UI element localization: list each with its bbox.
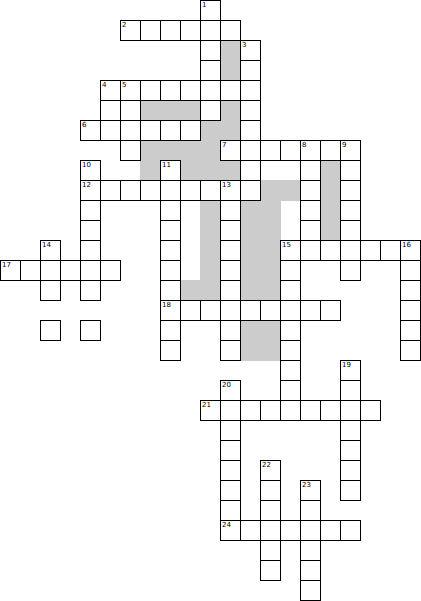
grid-cell[interactable] <box>220 80 241 101</box>
grid-cell[interactable] <box>140 180 161 201</box>
shaded-block <box>200 220 221 241</box>
clue-number: 12 <box>82 181 91 189</box>
clue-number: 3 <box>242 41 246 49</box>
grid-cell[interactable]: 21 <box>200 400 221 421</box>
grid-cell[interactable] <box>260 520 281 541</box>
grid-cell[interactable] <box>220 440 241 461</box>
grid-cell[interactable] <box>160 200 181 221</box>
grid-cell[interactable] <box>180 20 201 41</box>
clue-number: 5 <box>122 81 126 89</box>
grid-cell[interactable] <box>260 540 281 561</box>
grid-cell[interactable] <box>320 140 341 161</box>
grid-cell[interactable] <box>220 320 241 341</box>
grid-cell[interactable] <box>160 80 181 101</box>
shaded-block <box>260 240 281 261</box>
grid-cell[interactable]: 24 <box>220 520 241 541</box>
grid-cell[interactable] <box>120 100 141 121</box>
grid-cell[interactable] <box>40 320 61 341</box>
grid-cell[interactable] <box>180 180 201 201</box>
clue-number: 4 <box>102 81 106 89</box>
grid-cell[interactable]: 7 <box>220 140 241 161</box>
crossword-board: 123456789101112131415161718192021222324 <box>0 0 421 601</box>
grid-cell[interactable] <box>180 300 201 321</box>
grid-cell[interactable] <box>160 240 181 261</box>
grid-cell[interactable] <box>80 260 101 281</box>
grid-cell[interactable]: 13 <box>220 180 241 201</box>
grid-cell[interactable] <box>80 280 101 301</box>
shaded-block <box>320 160 341 181</box>
grid-cell[interactable]: 23 <box>300 480 321 501</box>
grid-cell[interactable] <box>340 480 361 501</box>
grid-cell[interactable] <box>260 480 281 501</box>
grid-cell[interactable] <box>160 260 181 281</box>
shaded-block <box>240 240 261 261</box>
grid-cell[interactable] <box>220 20 241 41</box>
grid-cell[interactable] <box>180 80 201 101</box>
grid-cell[interactable] <box>220 220 241 241</box>
grid-cell[interactable] <box>400 280 421 301</box>
shaded-block <box>260 180 281 201</box>
grid-cell[interactable]: 15 <box>280 240 301 261</box>
shaded-block <box>240 260 261 281</box>
clue-number: 9 <box>342 141 346 149</box>
grid-cell[interactable] <box>300 160 321 181</box>
shaded-block <box>200 240 221 261</box>
grid-cell[interactable] <box>340 200 361 221</box>
clue-number: 22 <box>262 461 271 469</box>
grid-cell[interactable] <box>100 120 121 141</box>
grid-cell[interactable] <box>220 240 241 261</box>
clue-number: 14 <box>42 241 51 249</box>
clue-number: 24 <box>222 521 231 529</box>
grid-cell[interactable] <box>220 300 241 321</box>
shaded-block <box>220 60 241 81</box>
grid-cell[interactable]: 10 <box>80 160 101 181</box>
clue-number: 17 <box>2 261 11 269</box>
grid-cell[interactable] <box>200 300 221 321</box>
clue-number: 6 <box>82 121 86 129</box>
clue-number: 8 <box>302 141 306 149</box>
grid-cell[interactable] <box>240 100 261 121</box>
grid-cell[interactable] <box>200 60 221 81</box>
grid-cell[interactable] <box>280 300 301 321</box>
shaded-block <box>240 340 261 361</box>
grid-cell[interactable] <box>340 460 361 481</box>
grid-cell[interactable] <box>280 340 301 361</box>
grid-cell[interactable] <box>100 180 121 201</box>
clue-number: 7 <box>222 141 226 149</box>
grid-cell[interactable] <box>340 160 361 181</box>
grid-cell[interactable] <box>320 240 341 261</box>
shaded-block <box>320 200 341 221</box>
grid-cell[interactable] <box>280 260 301 281</box>
clue-number: 23 <box>302 481 311 489</box>
grid-cell[interactable] <box>200 100 221 121</box>
grid-cell[interactable] <box>240 400 261 421</box>
grid-cell[interactable] <box>220 500 241 521</box>
shaded-block <box>140 160 161 181</box>
grid-cell[interactable] <box>260 400 281 421</box>
grid-cell[interactable] <box>340 220 361 241</box>
clue-number: 18 <box>162 301 171 309</box>
grid-cell[interactable]: 19 <box>340 360 361 381</box>
grid-cell[interactable] <box>360 240 381 261</box>
grid-cell[interactable] <box>260 500 281 521</box>
grid-cell[interactable] <box>340 520 361 541</box>
shaded-block <box>180 160 201 181</box>
grid-cell[interactable] <box>320 520 341 541</box>
grid-cell[interactable] <box>240 60 261 81</box>
shaded-block <box>240 320 261 341</box>
grid-cell[interactable] <box>20 260 41 281</box>
grid-cell[interactable] <box>340 440 361 461</box>
clue-number: 13 <box>222 181 231 189</box>
shaded-block <box>260 280 281 301</box>
grid-cell[interactable] <box>80 220 101 241</box>
clue-number: 16 <box>402 241 411 249</box>
grid-cell[interactable] <box>80 200 101 221</box>
grid-cell[interactable]: 12 <box>80 180 101 201</box>
grid-cell[interactable]: 2 <box>120 20 141 41</box>
shaded-block <box>160 100 181 121</box>
shaded-block <box>220 160 241 181</box>
grid-cell[interactable]: 6 <box>80 120 101 141</box>
clue-number: 10 <box>82 161 91 169</box>
grid-cell[interactable] <box>400 320 421 341</box>
shaded-block <box>260 200 281 221</box>
grid-cell[interactable] <box>80 320 101 341</box>
grid-cell[interactable] <box>100 100 121 121</box>
shaded-block <box>260 320 281 341</box>
grid-cell[interactable] <box>220 480 241 501</box>
shaded-block <box>220 120 241 141</box>
grid-cell[interactable] <box>80 240 101 261</box>
grid-cell[interactable] <box>300 180 321 201</box>
grid-cell[interactable] <box>300 200 321 221</box>
grid-cell[interactable] <box>240 140 261 161</box>
grid-cell[interactable]: 1 <box>200 0 221 21</box>
grid-cell[interactable] <box>300 400 321 421</box>
clue-number: 11 <box>162 161 171 169</box>
grid-cell[interactable] <box>220 200 241 221</box>
grid-cell[interactable] <box>40 280 61 301</box>
grid-cell[interactable]: 8 <box>300 140 321 161</box>
grid-cell[interactable] <box>240 160 261 181</box>
grid-cell[interactable] <box>160 340 181 361</box>
grid-cell[interactable] <box>220 260 241 281</box>
grid-cell[interactable] <box>240 300 261 321</box>
grid-cell[interactable] <box>280 140 301 161</box>
grid-cell[interactable] <box>200 180 221 201</box>
grid-cell[interactable] <box>160 120 181 141</box>
grid-cell[interactable] <box>280 280 301 301</box>
shaded-block <box>320 220 341 241</box>
grid-cell[interactable] <box>400 340 421 361</box>
grid-cell[interactable] <box>300 560 321 581</box>
clue-number: 21 <box>202 401 211 409</box>
grid-cell[interactable]: 3 <box>240 40 261 61</box>
grid-cell[interactable] <box>280 360 301 381</box>
clue-number: 1 <box>202 1 206 9</box>
shaded-block <box>260 260 281 281</box>
shaded-block <box>240 200 261 221</box>
grid-cell[interactable] <box>100 260 121 281</box>
shaded-block <box>240 280 261 301</box>
grid-cell[interactable] <box>300 520 321 541</box>
grid-cell[interactable] <box>220 460 241 481</box>
grid-cell[interactable]: 20 <box>220 380 241 401</box>
shaded-block <box>160 140 181 161</box>
shaded-block <box>240 220 261 241</box>
clue-number: 15 <box>282 241 291 249</box>
grid-cell[interactable] <box>300 580 321 601</box>
grid-cell[interactable] <box>180 120 201 141</box>
shaded-block <box>220 100 241 121</box>
grid-cell[interactable]: 5 <box>120 80 141 101</box>
grid-cell[interactable] <box>280 380 301 401</box>
shaded-block <box>180 140 201 161</box>
grid-cell[interactable] <box>240 80 261 101</box>
clue-number: 2 <box>122 21 126 29</box>
grid-cell[interactable] <box>340 240 361 261</box>
grid-cell[interactable] <box>220 400 241 421</box>
grid-cell[interactable] <box>360 400 381 421</box>
grid-cell[interactable] <box>120 140 141 161</box>
grid-cell[interactable] <box>300 500 321 521</box>
grid-cell[interactable] <box>120 180 141 201</box>
grid-cell[interactable] <box>60 260 81 281</box>
grid-cell[interactable] <box>340 380 361 401</box>
grid-cell[interactable] <box>340 420 361 441</box>
grid-cell[interactable] <box>240 520 261 541</box>
shaded-block <box>260 220 281 241</box>
grid-cell[interactable] <box>280 400 301 421</box>
shaded-block <box>320 180 341 201</box>
shaded-block <box>200 260 221 281</box>
grid-cell[interactable] <box>260 560 281 581</box>
clue-number: 20 <box>222 381 231 389</box>
grid-cell[interactable] <box>40 260 61 281</box>
grid-cell[interactable] <box>220 420 241 441</box>
grid-cell[interactable]: 11 <box>160 160 181 181</box>
grid-cell[interactable] <box>280 320 301 341</box>
grid-cell[interactable]: 17 <box>0 260 21 281</box>
grid-cell[interactable] <box>340 180 361 201</box>
grid-cell[interactable] <box>140 20 161 41</box>
shaded-block <box>200 160 221 181</box>
grid-cell[interactable] <box>220 280 241 301</box>
grid-cell[interactable] <box>160 220 181 241</box>
shaded-block <box>200 140 221 161</box>
shaded-block <box>260 340 281 361</box>
grid-cell[interactable]: 22 <box>260 460 281 481</box>
shaded-block <box>140 100 161 121</box>
grid-cell[interactable] <box>160 320 181 341</box>
grid-cell[interactable]: 9 <box>340 140 361 161</box>
grid-cell[interactable] <box>400 300 421 321</box>
grid-cell[interactable] <box>300 540 321 561</box>
grid-cell[interactable] <box>380 240 401 261</box>
grid-cell[interactable] <box>200 80 221 101</box>
grid-cell[interactable] <box>340 400 361 421</box>
grid-cell[interactable]: 14 <box>40 240 61 261</box>
grid-cell[interactable] <box>280 520 301 541</box>
grid-cell[interactable] <box>220 340 241 361</box>
grid-cell[interactable] <box>200 40 221 61</box>
grid-cell[interactable] <box>260 140 281 161</box>
shaded-block <box>200 120 221 141</box>
grid-cell[interactable] <box>140 120 161 141</box>
grid-cell[interactable] <box>300 220 321 241</box>
grid-cell[interactable]: 16 <box>400 240 421 261</box>
grid-cell[interactable]: 18 <box>160 300 181 321</box>
grid-cell[interactable] <box>240 180 261 201</box>
shaded-block <box>200 200 221 221</box>
grid-cell[interactable]: 4 <box>100 80 121 101</box>
shaded-block <box>140 140 161 161</box>
grid-cell[interactable] <box>320 300 341 321</box>
shaded-block <box>280 180 301 201</box>
shaded-block <box>220 40 241 61</box>
grid-cell[interactable] <box>340 260 361 281</box>
grid-cell[interactable] <box>120 120 141 141</box>
grid-cell[interactable] <box>320 400 341 421</box>
shaded-block <box>180 280 201 301</box>
grid-cell[interactable] <box>200 20 221 41</box>
grid-cell[interactable] <box>240 120 261 141</box>
clue-number: 19 <box>342 361 351 369</box>
grid-cell[interactable] <box>260 300 281 321</box>
grid-cell[interactable] <box>160 180 181 201</box>
shaded-block <box>180 100 201 121</box>
grid-cell[interactable] <box>160 20 181 41</box>
grid-cell[interactable] <box>160 280 181 301</box>
grid-cell[interactable] <box>300 300 321 321</box>
grid-cell[interactable] <box>300 240 321 261</box>
grid-cell[interactable] <box>400 260 421 281</box>
shaded-block <box>200 280 221 301</box>
grid-cell[interactable] <box>140 80 161 101</box>
